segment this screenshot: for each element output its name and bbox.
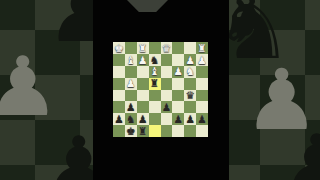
- square-c8[interactable]: [172, 125, 184, 137]
- square-e4[interactable]: ♜: [149, 78, 161, 90]
- black-pawn-icon: ♟: [162, 102, 171, 113]
- chess-board[interactable]: ♚♜♛♜♝♟♞♟♟♝♟♞♟♜♛♟♟♟♞♟♟♟♟♚♜: [113, 42, 208, 137]
- square-e5[interactable]: [149, 90, 161, 102]
- white-pawn-icon: ♟: [197, 55, 206, 66]
- black-rook-icon: ♜: [150, 78, 159, 89]
- black-pawn-icon: ♟: [114, 114, 123, 125]
- square-e3[interactable]: ♝: [149, 66, 161, 78]
- square-b7[interactable]: ♟: [184, 113, 196, 125]
- square-c6[interactable]: [172, 101, 184, 113]
- square-c3[interactable]: ♟: [172, 66, 184, 78]
- square-d6[interactable]: ♟: [161, 101, 173, 113]
- black-king-icon: ♚: [126, 126, 135, 137]
- square-h7[interactable]: ♟: [113, 113, 125, 125]
- square-d2[interactable]: [161, 54, 173, 66]
- square-f1[interactable]: ♜: [137, 42, 149, 54]
- shorts-frame: ♟ ♟ ♟ ♞ ♟ ♟ ♚♜♛♜♝♟♞♟♟♝♟♞♟♜♛♟♟♟♞♟♟♟♟♚♜: [0, 0, 320, 180]
- square-e6[interactable]: [149, 101, 161, 113]
- square-f5[interactable]: [137, 90, 149, 102]
- black-queen-icon: ♛: [185, 90, 194, 101]
- square-c5[interactable]: [172, 90, 184, 102]
- white-pawn-icon: ♟: [126, 78, 135, 89]
- square-b3[interactable]: ♞: [184, 66, 196, 78]
- square-a5[interactable]: [196, 90, 208, 102]
- square-c2[interactable]: [172, 54, 184, 66]
- white-pawn-icon: ♟: [185, 55, 194, 66]
- white-knight-icon: ♞: [185, 66, 194, 77]
- square-e1[interactable]: [149, 42, 161, 54]
- square-b1[interactable]: [184, 42, 196, 54]
- square-d3[interactable]: [161, 66, 173, 78]
- square-d8[interactable]: [161, 125, 173, 137]
- square-b5[interactable]: ♛: [184, 90, 196, 102]
- square-a4[interactable]: [196, 78, 208, 90]
- video-strip: ♚♜♛♜♝♟♞♟♟♝♟♞♟♜♛♟♟♟♞♟♟♟♟♚♜: [93, 0, 229, 180]
- white-pawn-icon: ♟: [138, 55, 147, 66]
- square-f3[interactable]: [137, 66, 149, 78]
- square-g6[interactable]: ♟: [125, 101, 137, 113]
- black-rook-icon: ♜: [138, 126, 147, 137]
- square-c1[interactable]: [172, 42, 184, 54]
- square-h2[interactable]: [113, 54, 125, 66]
- white-pawn-icon: ♟: [174, 66, 183, 77]
- square-f8[interactable]: ♜: [137, 125, 149, 137]
- black-pawn-icon: ♟: [174, 114, 183, 125]
- square-f4[interactable]: [137, 78, 149, 90]
- square-b8[interactable]: [184, 125, 196, 137]
- square-f6[interactable]: [137, 101, 149, 113]
- black-knight-icon: ♞: [150, 55, 159, 66]
- black-knight-icon: ♞: [126, 114, 135, 125]
- square-h8[interactable]: [113, 125, 125, 137]
- square-d5[interactable]: [161, 90, 173, 102]
- white-king-icon: ♚: [114, 43, 123, 54]
- square-e7[interactable]: [149, 113, 161, 125]
- black-pawn-icon: ♟: [138, 114, 147, 125]
- square-a2[interactable]: ♟: [196, 54, 208, 66]
- piece-base-silhouette: [127, 0, 168, 12]
- square-a8[interactable]: [196, 125, 208, 137]
- square-a6[interactable]: [196, 101, 208, 113]
- square-h1[interactable]: ♚: [113, 42, 125, 54]
- black-pawn-icon: ♟: [126, 102, 135, 113]
- square-g7[interactable]: ♞: [125, 113, 137, 125]
- square-g3[interactable]: [125, 66, 137, 78]
- square-d4[interactable]: [161, 78, 173, 90]
- white-queen-icon: ♛: [162, 43, 171, 54]
- square-b6[interactable]: [184, 101, 196, 113]
- square-c4[interactable]: [172, 78, 184, 90]
- square-f7[interactable]: ♟: [137, 113, 149, 125]
- square-g4[interactable]: ♟: [125, 78, 137, 90]
- square-a7[interactable]: ♟: [196, 113, 208, 125]
- square-a3[interactable]: [196, 66, 208, 78]
- square-h3[interactable]: [113, 66, 125, 78]
- square-f2[interactable]: ♟: [137, 54, 149, 66]
- white-rook-icon: ♜: [138, 43, 147, 54]
- black-pawn-icon: ♟: [197, 114, 206, 125]
- square-g2[interactable]: ♝: [125, 54, 137, 66]
- square-b2[interactable]: ♟: [184, 54, 196, 66]
- square-e2[interactable]: ♞: [149, 54, 161, 66]
- white-rook-icon: ♜: [197, 43, 206, 54]
- square-b4[interactable]: [184, 78, 196, 90]
- square-g1[interactable]: [125, 42, 137, 54]
- black-pawn-icon: ♟: [185, 114, 194, 125]
- square-c7[interactable]: ♟: [172, 113, 184, 125]
- square-h5[interactable]: [113, 90, 125, 102]
- square-d1[interactable]: ♛: [161, 42, 173, 54]
- square-d7[interactable]: [161, 113, 173, 125]
- square-g5[interactable]: [125, 90, 137, 102]
- white-bishop-icon: ♝: [150, 66, 159, 77]
- square-h6[interactable]: [113, 101, 125, 113]
- white-bishop-icon: ♝: [126, 55, 135, 66]
- square-g8[interactable]: ♚: [125, 125, 137, 137]
- square-e8[interactable]: [149, 125, 161, 137]
- square-a1[interactable]: ♜: [196, 42, 208, 54]
- square-h4[interactable]: [113, 78, 125, 90]
